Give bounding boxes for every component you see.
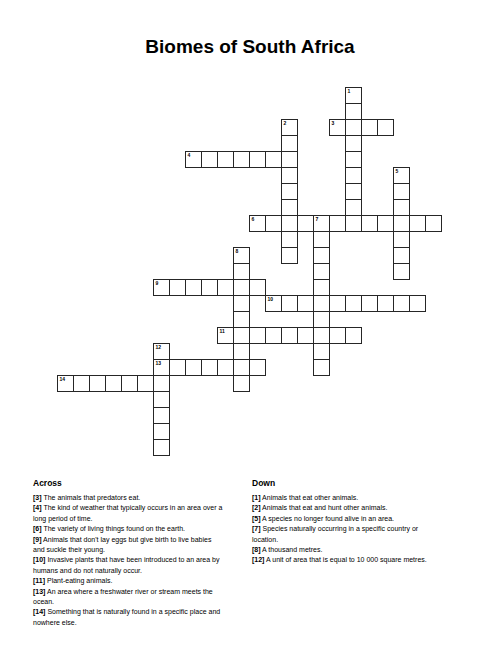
clue-text: A unit of area that is equal to 10 000 s…	[264, 556, 426, 563]
grid-cell[interactable]	[169, 279, 186, 296]
grid-cell[interactable]	[313, 327, 330, 344]
grid-cell[interactable]	[185, 359, 202, 376]
clue-item: [14] Something that is naturally found i…	[33, 607, 269, 628]
grid-cell[interactable]	[153, 407, 170, 424]
down-clue-list: [1] Animals that eat other animals.[2] A…	[252, 493, 480, 566]
grid-cell[interactable]	[233, 295, 250, 312]
grid-cell[interactable]	[409, 215, 426, 232]
grid-cell[interactable]	[393, 263, 410, 280]
clue-item: [6] The variety of living things found o…	[33, 524, 269, 534]
grid-cell[interactable]	[281, 167, 298, 184]
grid-cell[interactable]	[217, 279, 234, 296]
grid-cell[interactable]	[313, 359, 330, 376]
grid-cell[interactable]	[297, 215, 314, 232]
grid-cell[interactable]	[281, 183, 298, 200]
grid-cell[interactable]: 14	[57, 375, 74, 392]
grid-cell[interactable]	[345, 119, 362, 136]
page-title: Biomes of South Africa	[0, 36, 500, 58]
across-clue-list: [3] The animals that predators eat.[4] T…	[33, 493, 269, 628]
grid-cell[interactable]	[345, 199, 362, 216]
grid-cell[interactable]	[73, 375, 90, 392]
grid-cell[interactable]: 7	[313, 215, 330, 232]
grid-cell[interactable]	[249, 359, 266, 376]
grid-cell[interactable]	[329, 327, 346, 344]
clue-number: [8]	[252, 546, 261, 553]
cell-number: 4	[188, 153, 191, 158]
grid-cell[interactable]: 8	[233, 247, 250, 264]
down-header: Down	[252, 478, 480, 488]
clue-item: [4] The kind of weather that typically o…	[33, 503, 269, 524]
grid-cell[interactable]	[393, 247, 410, 264]
grid-cell[interactable]	[233, 279, 250, 296]
grid-cell[interactable]	[393, 199, 410, 216]
grid-cell[interactable]	[153, 391, 170, 408]
grid-cell[interactable]	[281, 135, 298, 152]
grid-cell[interactable]: 3	[329, 119, 346, 136]
grid-cell[interactable]: 11	[217, 327, 234, 344]
grid-cell[interactable]	[153, 375, 170, 392]
grid-cell[interactable]	[249, 151, 266, 168]
grid-cell[interactable]	[233, 375, 250, 392]
grid-cell[interactable]	[217, 359, 234, 376]
grid-cell[interactable]	[153, 439, 170, 456]
grid-cell[interactable]	[377, 119, 394, 136]
cell-number: 10	[268, 297, 274, 302]
grid-cell[interactable]	[281, 295, 298, 312]
grid-cell[interactable]	[345, 327, 362, 344]
grid-cell[interactable]	[233, 151, 250, 168]
grid-cell[interactable]	[313, 295, 330, 312]
grid-cell[interactable]	[105, 375, 122, 392]
cell-number: 8	[236, 249, 239, 254]
grid-cell[interactable]: 13	[153, 359, 170, 376]
grid-cell[interactable]	[329, 215, 346, 232]
grid-cell[interactable]	[249, 279, 266, 296]
clue-item: [1] Animals that eat other animals.	[252, 493, 480, 503]
clue-number: [9]	[33, 536, 42, 543]
down-clues-section: Down [1] Animals that eat other animals.…	[252, 478, 480, 566]
grid-cell[interactable]	[201, 279, 218, 296]
clue-item: [11] Plant-eating animals.	[33, 576, 269, 586]
grid-cell[interactable]: 10	[265, 295, 282, 312]
grid-cell[interactable]	[313, 263, 330, 280]
grid-cell[interactable]	[265, 327, 282, 344]
cell-number: 5	[396, 169, 399, 174]
grid-cell[interactable]	[361, 295, 378, 312]
grid-cell[interactable]	[345, 183, 362, 200]
grid-cell[interactable]	[233, 343, 250, 360]
cell-number: 12	[156, 345, 162, 350]
cell-number: 3	[332, 121, 335, 126]
grid-cell[interactable]	[393, 215, 410, 232]
clue-text: A thousand metres.	[261, 546, 323, 553]
clue-number: [5]	[252, 515, 261, 522]
grid-cell[interactable]	[153, 423, 170, 440]
grid-cell[interactable]	[233, 311, 250, 328]
grid-cell[interactable]	[345, 151, 362, 168]
grid-cell[interactable]	[393, 295, 410, 312]
grid-cell[interactable]	[137, 375, 154, 392]
clue-item: [5] A species no longer found alive in a…	[252, 514, 480, 524]
clue-number: [3]	[33, 494, 42, 501]
clue-text: Invasive plants that have been introduce…	[33, 556, 219, 573]
grid-cell[interactable]: 12	[153, 343, 170, 360]
grid-cell[interactable]	[377, 215, 394, 232]
clue-item: [2] Animals that eat and hunt other anim…	[252, 503, 480, 513]
grid-cell[interactable]	[281, 247, 298, 264]
clue-item: [13] An area where a freshwater river or…	[33, 587, 269, 608]
clue-number: [4]	[33, 504, 42, 511]
crossword-page: Biomes of South Africa 12345678910111213…	[0, 0, 500, 647]
clue-text: The animals that predators eat.	[42, 494, 141, 501]
grid-cell[interactable]	[281, 215, 298, 232]
grid-cell[interactable]	[345, 295, 362, 312]
clue-number: [14]	[33, 608, 45, 615]
clue-text: Something that is naturally found in a s…	[33, 608, 220, 625]
clue-number: [12]	[252, 556, 264, 563]
grid-cell[interactable]: 2	[281, 119, 298, 136]
grid-cell[interactable]	[409, 295, 426, 312]
clue-text: Animals that eat other animals.	[261, 494, 359, 501]
grid-cell[interactable]	[281, 231, 298, 248]
clue-text: Plant-eating animals.	[45, 577, 112, 584]
grid-cell[interactable]: 4	[185, 151, 202, 168]
grid-cell[interactable]	[249, 327, 266, 344]
clue-text: The variety of living things found on th…	[42, 525, 185, 532]
clue-number: [11]	[33, 577, 45, 584]
grid-cell[interactable]	[201, 359, 218, 376]
grid-cell[interactable]	[361, 215, 378, 232]
cell-number: 14	[60, 377, 66, 382]
cell-number: 1	[348, 89, 351, 94]
grid-cell[interactable]	[345, 215, 362, 232]
grid-cell[interactable]	[313, 231, 330, 248]
grid-cell[interactable]	[281, 327, 298, 344]
grid-cell[interactable]	[377, 295, 394, 312]
clue-item: [9] Animals that don't lay eggs but give…	[33, 535, 269, 556]
clue-number: [2]	[252, 504, 261, 511]
grid-cell[interactable]	[281, 199, 298, 216]
clue-text: The kind of weather that typically occur…	[33, 504, 222, 521]
clue-item: [12] A unit of area that is equal to 10 …	[252, 555, 480, 565]
clue-item: [8] A thousand metres.	[252, 545, 480, 555]
clue-text: Species naturally occurring in a specifi…	[252, 525, 418, 542]
grid-cell[interactable]	[425, 215, 442, 232]
clue-number: [10]	[33, 556, 45, 563]
grid-cell[interactable]	[201, 151, 218, 168]
grid-cell[interactable]	[345, 135, 362, 152]
clue-number: [6]	[33, 525, 42, 532]
grid-cell[interactable]	[233, 263, 250, 280]
grid-cell[interactable]	[281, 151, 298, 168]
grid-cell[interactable]	[217, 151, 234, 168]
clue-number: [1]	[252, 494, 261, 501]
grid-cell[interactable]	[265, 215, 282, 232]
clue-item: [7] Species naturally occurring in a spe…	[252, 524, 480, 545]
cell-number: 6	[252, 217, 255, 222]
clue-text: Animals that don't lay eggs but give bir…	[33, 536, 211, 553]
clue-number: [7]	[252, 525, 261, 532]
cell-number: 7	[316, 217, 319, 222]
grid-cell[interactable]	[121, 375, 138, 392]
crossword-grid: 1234567891011121314	[57, 87, 442, 456]
clue-item: [3] The animals that predators eat.	[33, 493, 269, 503]
grid-cell[interactable]	[345, 167, 362, 184]
grid-cell[interactable]	[313, 279, 330, 296]
cell-number: 9	[156, 281, 159, 286]
grid-cell[interactable]	[89, 375, 106, 392]
clue-text: A species no longer found alive in an ar…	[261, 515, 394, 522]
grid-cell[interactable]: 9	[153, 279, 170, 296]
clue-text: Animals that eat and hunt other animals.	[261, 504, 388, 511]
grid-cell[interactable]	[185, 279, 202, 296]
clue-item: [10] Invasive plants that have been intr…	[33, 555, 269, 576]
grid-cell[interactable]	[297, 327, 314, 344]
grid-cell[interactable]	[265, 151, 282, 168]
grid-cell[interactable]: 1	[345, 87, 362, 104]
grid-cell[interactable]	[233, 359, 250, 376]
grid-cell[interactable]	[233, 327, 250, 344]
grid-cell[interactable]	[393, 183, 410, 200]
grid-cell[interactable]	[313, 343, 330, 360]
grid-cell[interactable]	[329, 295, 346, 312]
clue-number: [13]	[33, 588, 45, 595]
cell-number: 13	[156, 361, 162, 366]
grid-cell[interactable]: 5	[393, 167, 410, 184]
grid-cell[interactable]	[393, 231, 410, 248]
grid-cell[interactable]	[345, 103, 362, 120]
across-clues-section: Across [3] The animals that predators ea…	[33, 478, 269, 628]
grid-cell[interactable]	[361, 119, 378, 136]
grid-cell[interactable]	[313, 247, 330, 264]
cell-number: 11	[220, 329, 225, 334]
grid-cell[interactable]	[297, 295, 314, 312]
grid-cell[interactable]	[169, 359, 186, 376]
grid-cell[interactable]	[313, 311, 330, 328]
across-header: Across	[33, 478, 269, 488]
grid-cell[interactable]: 6	[249, 215, 266, 232]
clue-text: An area where a freshwater river or stre…	[33, 588, 213, 605]
cell-number: 2	[284, 121, 287, 126]
